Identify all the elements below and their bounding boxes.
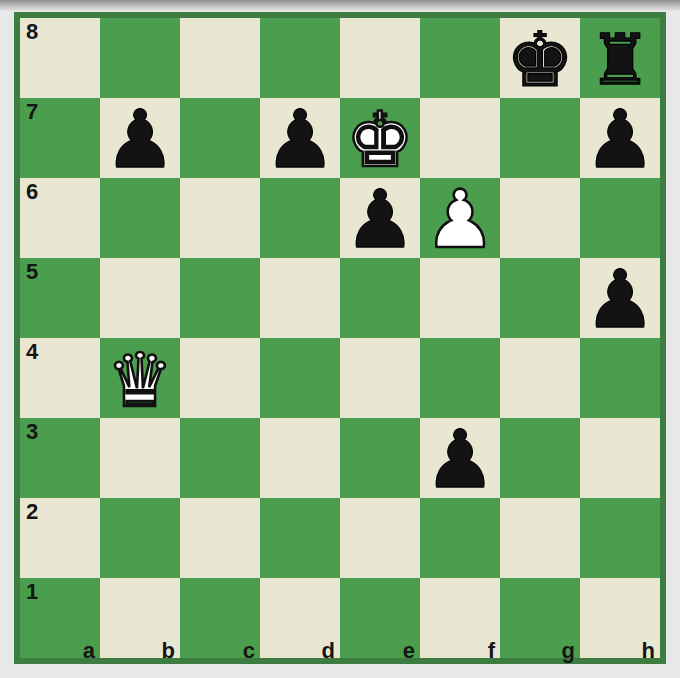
- rank-label-1: 1: [26, 581, 38, 603]
- square-f3[interactable]: ♟: [420, 418, 500, 498]
- square-h3[interactable]: [580, 418, 660, 498]
- square-e4[interactable]: [340, 338, 420, 418]
- file-label-f: f: [488, 640, 495, 662]
- square-b2[interactable]: [100, 498, 180, 578]
- square-f4[interactable]: [420, 338, 500, 418]
- square-c8[interactable]: [180, 18, 260, 98]
- rank-label-6: 6: [26, 181, 38, 203]
- file-label-e: e: [403, 640, 415, 662]
- square-g8[interactable]: ♚: [500, 18, 580, 98]
- square-f8[interactable]: [420, 18, 500, 98]
- square-b8[interactable]: [100, 18, 180, 98]
- square-f7[interactable]: [420, 98, 500, 178]
- square-a6[interactable]: 6: [20, 178, 100, 258]
- square-f2[interactable]: [420, 498, 500, 578]
- file-label-h: h: [642, 640, 655, 662]
- square-d5[interactable]: [260, 258, 340, 338]
- square-g6[interactable]: [500, 178, 580, 258]
- window-top-shadow: [0, 0, 680, 12]
- square-c2[interactable]: [180, 498, 260, 578]
- square-c7[interactable]: [180, 98, 260, 178]
- square-d4[interactable]: [260, 338, 340, 418]
- rank-label-5: 5: [26, 261, 38, 283]
- square-d6[interactable]: [260, 178, 340, 258]
- square-h5[interactable]: ♟: [580, 258, 660, 338]
- square-d2[interactable]: [260, 498, 340, 578]
- square-b7[interactable]: ♟: [100, 98, 180, 178]
- chess-board-frame: 8♚♜7♟♟♚♟6♟♟5♟4♛3♟21abcdefgh: [14, 12, 666, 664]
- square-b5[interactable]: [100, 258, 180, 338]
- square-c5[interactable]: [180, 258, 260, 338]
- square-g3[interactable]: [500, 418, 580, 498]
- square-g2[interactable]: [500, 498, 580, 578]
- square-e8[interactable]: [340, 18, 420, 98]
- square-h8[interactable]: ♜: [580, 18, 660, 98]
- piece-black-pawn[interactable]: ♟: [100, 100, 180, 180]
- square-e2[interactable]: [340, 498, 420, 578]
- square-d3[interactable]: [260, 418, 340, 498]
- square-e7[interactable]: ♚: [340, 98, 420, 178]
- square-b1[interactable]: b: [100, 578, 180, 658]
- piece-black-rook[interactable]: ♜: [580, 20, 660, 100]
- piece-white-queen[interactable]: ♛: [100, 340, 180, 420]
- file-label-a: a: [83, 640, 95, 662]
- square-h2[interactable]: [580, 498, 660, 578]
- piece-white-king[interactable]: ♚: [340, 100, 420, 180]
- chess-board: 8♚♜7♟♟♚♟6♟♟5♟4♛3♟21abcdefgh: [20, 18, 660, 658]
- file-label-c: c: [243, 640, 255, 662]
- square-h6[interactable]: [580, 178, 660, 258]
- square-d8[interactable]: [260, 18, 340, 98]
- square-f6[interactable]: ♟: [420, 178, 500, 258]
- page: { "game": "chess", "position": { "fen_pi…: [0, 0, 680, 678]
- rank-label-3: 3: [26, 421, 38, 443]
- square-e3[interactable]: [340, 418, 420, 498]
- file-label-g: g: [562, 640, 575, 662]
- square-b4[interactable]: ♛: [100, 338, 180, 418]
- piece-black-king[interactable]: ♚: [500, 20, 580, 100]
- square-b6[interactable]: [100, 178, 180, 258]
- file-label-b: b: [162, 640, 175, 662]
- square-e5[interactable]: [340, 258, 420, 338]
- square-c1[interactable]: c: [180, 578, 260, 658]
- piece-black-pawn[interactable]: ♟: [580, 100, 660, 180]
- square-g5[interactable]: [500, 258, 580, 338]
- square-a7[interactable]: 7: [20, 98, 100, 178]
- square-g1[interactable]: g: [500, 578, 580, 658]
- square-e6[interactable]: ♟: [340, 178, 420, 258]
- file-label-d: d: [322, 640, 335, 662]
- square-h4[interactable]: [580, 338, 660, 418]
- piece-white-pawn[interactable]: ♟: [420, 180, 500, 260]
- square-c3[interactable]: [180, 418, 260, 498]
- square-g4[interactable]: [500, 338, 580, 418]
- rank-label-7: 7: [26, 101, 38, 123]
- square-b3[interactable]: [100, 418, 180, 498]
- square-d1[interactable]: d: [260, 578, 340, 658]
- square-a8[interactable]: 8: [20, 18, 100, 98]
- rank-label-8: 8: [26, 21, 38, 43]
- square-h1[interactable]: h: [580, 578, 660, 658]
- piece-black-pawn[interactable]: ♟: [340, 180, 420, 260]
- rank-label-4: 4: [26, 341, 38, 363]
- square-h7[interactable]: ♟: [580, 98, 660, 178]
- square-f5[interactable]: [420, 258, 500, 338]
- square-a3[interactable]: 3: [20, 418, 100, 498]
- piece-black-pawn[interactable]: ♟: [420, 420, 500, 500]
- square-a4[interactable]: 4: [20, 338, 100, 418]
- square-e1[interactable]: e: [340, 578, 420, 658]
- square-d7[interactable]: ♟: [260, 98, 340, 178]
- square-a2[interactable]: 2: [20, 498, 100, 578]
- square-g7[interactable]: [500, 98, 580, 178]
- square-c6[interactable]: [180, 178, 260, 258]
- square-a1[interactable]: 1a: [20, 578, 100, 658]
- square-f1[interactable]: f: [420, 578, 500, 658]
- piece-black-pawn[interactable]: ♟: [260, 100, 340, 180]
- square-c4[interactable]: [180, 338, 260, 418]
- rank-label-2: 2: [26, 501, 38, 523]
- piece-black-pawn[interactable]: ♟: [580, 260, 660, 340]
- square-a5[interactable]: 5: [20, 258, 100, 338]
